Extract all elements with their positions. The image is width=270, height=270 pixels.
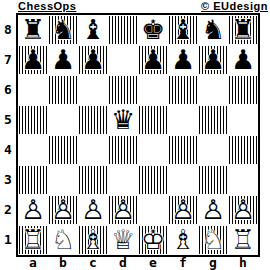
file-label-g: g xyxy=(198,255,228,270)
piece-wn-b1: ♞♘ xyxy=(48,225,78,255)
square-a2: ♟♙ xyxy=(18,195,48,225)
piece-bp-f7: ♟ xyxy=(168,45,198,75)
rank-label-3: 3 xyxy=(0,165,16,195)
square-a3 xyxy=(18,165,48,195)
piece-wb-f1: ♝♗ xyxy=(168,225,198,255)
square-h4 xyxy=(228,135,258,165)
square-c2: ♟♙ xyxy=(78,195,108,225)
piece-bn-b8: ♞ xyxy=(48,15,78,45)
square-d8 xyxy=(108,15,138,45)
square-g1: ♞♘ xyxy=(198,225,228,255)
rank-label-5: 5 xyxy=(0,105,16,135)
square-b2: ♟♙ xyxy=(48,195,78,225)
square-h3 xyxy=(228,165,258,195)
piece-br-a8: ♜ xyxy=(18,15,48,45)
square-a6 xyxy=(18,75,48,105)
square-d6 xyxy=(108,75,138,105)
square-d7 xyxy=(108,45,138,75)
piece-wn-g1: ♞♘ xyxy=(198,225,228,255)
piece-wp-c2: ♟♙ xyxy=(78,195,108,225)
square-e5 xyxy=(138,105,168,135)
piece-wk-e1: ♚♔ xyxy=(138,225,168,255)
square-f3 xyxy=(168,165,198,195)
piece-white-outline: ♙ xyxy=(48,195,78,225)
piece-wp-d2: ♟♙ xyxy=(108,195,138,225)
square-b1: ♞♘ xyxy=(48,225,78,255)
square-b3 xyxy=(48,165,78,195)
piece-white-outline: ♖ xyxy=(18,225,48,255)
square-a7: ♟ xyxy=(18,45,48,75)
piece-white-outline: ♘ xyxy=(48,225,78,255)
file-label-h: h xyxy=(228,255,258,270)
square-c5 xyxy=(78,105,108,135)
piece-white-outline: ♗ xyxy=(168,225,198,255)
square-d4 xyxy=(108,135,138,165)
square-c1: ♝♗ xyxy=(78,225,108,255)
square-f5 xyxy=(168,105,198,135)
piece-wq-d1: ♛♕ xyxy=(108,225,138,255)
square-g7: ♟ xyxy=(198,45,228,75)
square-b5 xyxy=(48,105,78,135)
square-b7: ♟ xyxy=(48,45,78,75)
piece-bn-g8: ♞ xyxy=(198,15,228,45)
piece-black-glyph: ♜ xyxy=(18,15,48,45)
square-h1: ♜♖ xyxy=(228,225,258,255)
piece-white-outline: ♕ xyxy=(108,225,138,255)
square-a1: ♜♖ xyxy=(18,225,48,255)
piece-black-glyph: ♛ xyxy=(108,105,138,135)
piece-bp-b7: ♟ xyxy=(48,45,78,75)
piece-black-glyph: ♚ xyxy=(138,15,168,45)
square-b4 xyxy=(48,135,78,165)
file-label-e: e xyxy=(138,255,168,270)
square-c3 xyxy=(78,165,108,195)
square-f4 xyxy=(168,135,198,165)
chess-board: ♜♞♝♚♝♞♜♟♟♟♟♟♟♟♛♟♙♟♙♟♙♟♙♟♙♟♙♟♙♜♖♞♘♝♗♛♕♚♔♝… xyxy=(16,13,260,257)
piece-bk-e8: ♚ xyxy=(138,15,168,45)
rank-label-2: 2 xyxy=(0,195,16,225)
piece-black-glyph: ♟ xyxy=(228,45,258,75)
square-e3 xyxy=(138,165,168,195)
piece-bp-g7: ♟ xyxy=(198,45,228,75)
piece-black-glyph: ♞ xyxy=(48,15,78,45)
square-g8: ♞ xyxy=(198,15,228,45)
piece-black-glyph: ♜ xyxy=(228,15,258,45)
square-h8: ♜ xyxy=(228,15,258,45)
square-f6 xyxy=(168,75,198,105)
square-c8: ♝ xyxy=(78,15,108,45)
square-f1: ♝♗ xyxy=(168,225,198,255)
square-e1: ♚♔ xyxy=(138,225,168,255)
piece-bp-h7: ♟ xyxy=(228,45,258,75)
chess-diagram-page: ChessOps © EUdesign 87654321 ♜♞♝♚♝♞♜♟♟♟♟… xyxy=(0,0,270,270)
piece-white-outline: ♙ xyxy=(228,195,258,225)
piece-wp-f2: ♟♙ xyxy=(168,195,198,225)
piece-black-glyph: ♟ xyxy=(48,45,78,75)
square-e2 xyxy=(138,195,168,225)
piece-bp-e7: ♟ xyxy=(138,45,168,75)
piece-bb-f8: ♝ xyxy=(168,15,198,45)
square-d1: ♛♕ xyxy=(108,225,138,255)
rank-label-6: 6 xyxy=(0,75,16,105)
piece-white-outline: ♙ xyxy=(198,195,228,225)
piece-black-glyph: ♟ xyxy=(78,45,108,75)
file-label-d: d xyxy=(108,255,138,270)
piece-black-glyph: ♞ xyxy=(198,15,228,45)
square-d3 xyxy=(108,165,138,195)
eudesign-copyright-link[interactable]: © EUdesign xyxy=(201,0,268,12)
piece-white-outline: ♔ xyxy=(138,225,168,255)
square-e7: ♟ xyxy=(138,45,168,75)
square-a5 xyxy=(18,105,48,135)
square-a4 xyxy=(18,135,48,165)
piece-wp-h2: ♟♙ xyxy=(228,195,258,225)
file-label-f: f xyxy=(168,255,198,270)
file-label-c: c xyxy=(78,255,108,270)
square-d2: ♟♙ xyxy=(108,195,138,225)
square-h2: ♟♙ xyxy=(228,195,258,225)
piece-bq-d5: ♛ xyxy=(108,105,138,135)
square-g2: ♟♙ xyxy=(198,195,228,225)
piece-wb-c1: ♝♗ xyxy=(78,225,108,255)
square-a8: ♜ xyxy=(18,15,48,45)
square-e8: ♚ xyxy=(138,15,168,45)
square-g6 xyxy=(198,75,228,105)
square-c6 xyxy=(78,75,108,105)
piece-wr-a1: ♜♖ xyxy=(18,225,48,255)
piece-bb-c8: ♝ xyxy=(78,15,108,45)
file-label-b: b xyxy=(48,255,78,270)
square-f8: ♝ xyxy=(168,15,198,45)
square-f2: ♟♙ xyxy=(168,195,198,225)
square-b6 xyxy=(48,75,78,105)
piece-black-glyph: ♟ xyxy=(198,45,228,75)
piece-bp-a7: ♟ xyxy=(18,45,48,75)
square-h6 xyxy=(228,75,258,105)
square-c7: ♟ xyxy=(78,45,108,75)
piece-wp-a2: ♟♙ xyxy=(18,195,48,225)
square-d5: ♛ xyxy=(108,105,138,135)
square-c4 xyxy=(78,135,108,165)
piece-white-outline: ♗ xyxy=(78,225,108,255)
piece-wp-g2: ♟♙ xyxy=(198,195,228,225)
rank-label-7: 7 xyxy=(0,45,16,75)
piece-wr-h1: ♜♖ xyxy=(228,225,258,255)
piece-white-outline: ♙ xyxy=(168,195,198,225)
piece-white-outline: ♙ xyxy=(18,195,48,225)
piece-black-glyph: ♟ xyxy=(18,45,48,75)
square-h5 xyxy=(228,105,258,135)
chessops-title-link[interactable]: ChessOps xyxy=(18,0,76,12)
piece-white-outline: ♖ xyxy=(228,225,258,255)
piece-br-h8: ♜ xyxy=(228,15,258,45)
square-b8: ♞ xyxy=(48,15,78,45)
rank-labels: 87654321 xyxy=(0,15,16,255)
rank-label-4: 4 xyxy=(0,135,16,165)
piece-wp-b2: ♟♙ xyxy=(48,195,78,225)
piece-black-glyph: ♟ xyxy=(168,45,198,75)
piece-bp-c7: ♟ xyxy=(78,45,108,75)
square-f7: ♟ xyxy=(168,45,198,75)
piece-white-outline: ♙ xyxy=(108,195,138,225)
square-g4 xyxy=(198,135,228,165)
piece-white-outline: ♙ xyxy=(78,195,108,225)
rank-label-8: 8 xyxy=(0,15,16,45)
rank-label-1: 1 xyxy=(0,225,16,255)
square-g5 xyxy=(198,105,228,135)
piece-black-glyph: ♟ xyxy=(138,45,168,75)
file-label-a: a xyxy=(18,255,48,270)
piece-black-glyph: ♝ xyxy=(168,15,198,45)
piece-black-glyph: ♝ xyxy=(78,15,108,45)
square-g3 xyxy=(198,165,228,195)
file-labels: abcdefgh xyxy=(18,255,258,270)
square-h7: ♟ xyxy=(228,45,258,75)
square-e4 xyxy=(138,135,168,165)
piece-white-outline: ♘ xyxy=(198,225,228,255)
square-e6 xyxy=(138,75,168,105)
